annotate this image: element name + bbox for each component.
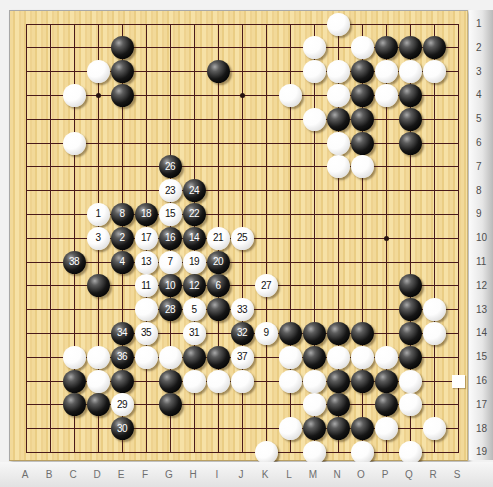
- row-label-5: 5: [476, 113, 482, 124]
- stone-white-F13[interactable]: [135, 298, 158, 321]
- column-label-C: C: [69, 469, 76, 480]
- move-number: 36: [117, 352, 127, 362]
- row-label-13: 13: [476, 303, 487, 314]
- stone-white-H13[interactable]: 5: [183, 298, 206, 321]
- stone-black-E16[interactable]: [111, 370, 134, 393]
- stone-white-N1[interactable]: [327, 13, 350, 36]
- column-labels-strip: ABCDEFGHIJKLMNOPQRS: [0, 462, 493, 487]
- stone-white-M2[interactable]: [303, 36, 326, 59]
- stone-black-Q14[interactable]: [399, 322, 422, 345]
- stone-white-F15[interactable]: [135, 346, 158, 369]
- move-number: 38: [69, 257, 79, 267]
- stone-black-E11[interactable]: 4: [111, 251, 134, 274]
- move-number: 34: [117, 328, 127, 338]
- stone-black-G12[interactable]: 10: [159, 274, 182, 297]
- move-number: 12: [189, 281, 199, 291]
- go-board[interactable]: 2623241818152232171614212538413719201110…: [9, 10, 468, 461]
- stone-black-M15[interactable]: [303, 346, 326, 369]
- stone-black-C11[interactable]: 38: [63, 251, 86, 274]
- stone-white-J10[interactable]: 25: [231, 227, 254, 250]
- stone-white-K12[interactable]: 27: [255, 274, 278, 297]
- stone-white-K19[interactable]: [255, 441, 278, 464]
- move-number: 2: [119, 233, 124, 243]
- column-label-B: B: [46, 469, 53, 480]
- stone-black-Q4[interactable]: [399, 84, 422, 107]
- star-point: [96, 93, 101, 98]
- stone-black-O6[interactable]: [351, 132, 374, 155]
- row-label-1: 1: [476, 18, 482, 29]
- stone-black-D17[interactable]: [87, 393, 110, 416]
- stone-black-F9[interactable]: 18: [135, 203, 158, 226]
- row-label-14: 14: [476, 327, 487, 338]
- row-label-12: 12: [476, 279, 487, 290]
- stone-black-C16[interactable]: [63, 370, 86, 393]
- stone-white-Q17[interactable]: [399, 393, 422, 416]
- stone-white-H11[interactable]: 19: [183, 251, 206, 274]
- stone-white-I10[interactable]: 21: [207, 227, 230, 250]
- stone-black-E14[interactable]: 34: [111, 322, 134, 345]
- star-point: [240, 93, 245, 98]
- stone-black-Q6[interactable]: [399, 132, 422, 155]
- move-number: 11: [141, 281, 150, 291]
- stone-black-E4[interactable]: [111, 84, 134, 107]
- stone-white-J13[interactable]: 33: [231, 298, 254, 321]
- move-number: 29: [117, 400, 127, 410]
- stone-white-C15[interactable]: [63, 346, 86, 369]
- stone-black-H12[interactable]: 12: [183, 274, 206, 297]
- column-label-D: D: [93, 469, 100, 480]
- stone-black-N16[interactable]: [327, 370, 350, 393]
- column-label-H: H: [189, 469, 196, 480]
- move-number: 37: [237, 352, 247, 362]
- stone-black-G13[interactable]: 28: [159, 298, 182, 321]
- move-number: 10: [165, 281, 175, 291]
- stone-white-N15[interactable]: [327, 346, 350, 369]
- column-label-J: J: [239, 469, 244, 480]
- column-label-G: G: [165, 469, 173, 480]
- row-label-2: 2: [476, 41, 482, 52]
- row-label-7: 7: [476, 160, 482, 171]
- stone-white-R14[interactable]: [423, 322, 446, 345]
- stone-black-O14[interactable]: [351, 322, 374, 345]
- stone-black-E15[interactable]: 36: [111, 346, 134, 369]
- stone-white-M3[interactable]: [303, 60, 326, 83]
- stone-white-D10[interactable]: 3: [87, 227, 110, 250]
- stone-black-G10[interactable]: 16: [159, 227, 182, 250]
- stone-black-D12[interactable]: [87, 274, 110, 297]
- stone-white-P3[interactable]: [375, 60, 398, 83]
- stone-black-Q15[interactable]: [399, 346, 422, 369]
- move-number: 19: [189, 257, 199, 267]
- stone-black-Q5[interactable]: [399, 108, 422, 131]
- stone-white-L16[interactable]: [279, 370, 302, 393]
- stone-white-I16[interactable]: [207, 370, 230, 393]
- move-number: 32: [237, 328, 247, 338]
- stone-black-E10[interactable]: 2: [111, 227, 134, 250]
- stone-black-G16[interactable]: [159, 370, 182, 393]
- stone-white-E17[interactable]: 29: [111, 393, 134, 416]
- stone-white-M19[interactable]: [303, 441, 326, 464]
- stone-white-M16[interactable]: [303, 370, 326, 393]
- column-label-I: I: [216, 469, 219, 480]
- grid-line: [266, 24, 267, 453]
- column-label-Q: Q: [405, 469, 413, 480]
- column-label-L: L: [286, 469, 292, 480]
- stone-black-R2[interactable]: [423, 36, 446, 59]
- stone-black-O16[interactable]: [351, 370, 374, 393]
- stone-white-D15[interactable]: [87, 346, 110, 369]
- move-number: 26: [165, 162, 175, 172]
- stone-black-O18[interactable]: [351, 417, 374, 440]
- column-label-E: E: [118, 469, 125, 480]
- row-label-16: 16: [476, 375, 487, 386]
- move-number: 25: [237, 233, 247, 243]
- grid-line: [434, 24, 435, 453]
- stone-black-Q2[interactable]: [399, 36, 422, 59]
- row-label-19: 19: [476, 446, 487, 457]
- row-label-10: 10: [476, 232, 487, 243]
- stone-white-N7[interactable]: [327, 155, 350, 178]
- row-label-4: 4: [476, 89, 482, 100]
- stone-black-H9[interactable]: 22: [183, 203, 206, 226]
- move-number: 28: [165, 305, 175, 315]
- move-number: 9: [263, 328, 268, 338]
- stone-black-E2[interactable]: [111, 36, 134, 59]
- stone-white-G9[interactable]: 15: [159, 203, 182, 226]
- stone-black-N17[interactable]: [327, 393, 350, 416]
- stone-white-N4[interactable]: [327, 84, 350, 107]
- column-label-S: S: [454, 469, 461, 480]
- stone-white-R18[interactable]: [423, 417, 446, 440]
- stone-white-G11[interactable]: 7: [159, 251, 182, 274]
- stone-black-O3[interactable]: [351, 60, 374, 83]
- stone-white-N6[interactable]: [327, 132, 350, 155]
- move-number: 4: [119, 257, 124, 267]
- stone-black-I11[interactable]: 20: [207, 251, 230, 274]
- go-diagram: 2623241818152232171614212538413719201110…: [0, 0, 493, 487]
- stone-black-C17[interactable]: [63, 393, 86, 416]
- stone-white-H16[interactable]: [183, 370, 206, 393]
- stone-black-O4[interactable]: [351, 84, 374, 107]
- stone-white-R13[interactable]: [423, 298, 446, 321]
- row-label-6: 6: [476, 137, 482, 148]
- row-label-11: 11: [476, 256, 486, 267]
- move-number: 1: [95, 209, 100, 219]
- stone-black-I12[interactable]: 6: [207, 274, 230, 297]
- stone-white-L4[interactable]: [279, 84, 302, 107]
- stone-white-L18[interactable]: [279, 417, 302, 440]
- stone-white-L15[interactable]: [279, 346, 302, 369]
- stone-black-I15[interactable]: [207, 346, 230, 369]
- row-label-17: 17: [476, 398, 487, 409]
- stone-white-J16[interactable]: [231, 370, 254, 393]
- row-label-15: 15: [476, 351, 487, 362]
- row-labels-strip: 12345678910111213141516171819: [469, 10, 493, 460]
- stone-black-I13[interactable]: [207, 298, 230, 321]
- stone-white-Q3[interactable]: [399, 60, 422, 83]
- stone-black-N14[interactable]: [327, 322, 350, 345]
- row-label-3: 3: [476, 65, 482, 76]
- stone-white-J15[interactable]: 37: [231, 346, 254, 369]
- move-number: 33: [237, 305, 247, 315]
- move-number: 20: [213, 257, 223, 267]
- stone-black-Q13[interactable]: [399, 298, 422, 321]
- stone-black-P16[interactable]: [375, 370, 398, 393]
- move-number: 18: [141, 209, 151, 219]
- stone-black-H8[interactable]: 24: [183, 179, 206, 202]
- column-label-K: K: [262, 469, 269, 480]
- stone-black-J14[interactable]: 32: [231, 322, 254, 345]
- stone-white-G15[interactable]: [159, 346, 182, 369]
- white-square-marker: [452, 375, 465, 388]
- stone-black-L14[interactable]: [279, 322, 302, 345]
- grid-line: [458, 24, 459, 453]
- stone-black-Q12[interactable]: [399, 274, 422, 297]
- stone-white-P18[interactable]: [375, 417, 398, 440]
- column-label-R: R: [429, 469, 436, 480]
- move-number: 3: [95, 233, 100, 243]
- stone-white-H14[interactable]: 31: [183, 322, 206, 345]
- row-label-8: 8: [476, 184, 482, 195]
- column-label-P: P: [382, 469, 389, 480]
- stone-black-M18[interactable]: [303, 417, 326, 440]
- stone-black-E9[interactable]: 8: [111, 203, 134, 226]
- move-number: 23: [165, 186, 175, 196]
- stone-white-C4[interactable]: [63, 84, 86, 107]
- star-point: [384, 236, 389, 241]
- stone-white-P15[interactable]: [375, 346, 398, 369]
- stone-white-R3[interactable]: [423, 60, 446, 83]
- row-label-9: 9: [476, 208, 482, 219]
- column-label-A: A: [22, 469, 29, 480]
- stone-white-M17[interactable]: [303, 393, 326, 416]
- stone-black-O5[interactable]: [351, 108, 374, 131]
- stone-white-G8[interactable]: 23: [159, 179, 182, 202]
- stone-white-D9[interactable]: 1: [87, 203, 110, 226]
- move-number: 22: [189, 209, 199, 219]
- move-number: 16: [165, 233, 175, 243]
- move-number: 27: [261, 281, 271, 291]
- move-number: 21: [213, 233, 223, 243]
- move-number: 8: [119, 209, 124, 219]
- stone-white-O19[interactable]: [351, 441, 374, 464]
- stone-black-P17[interactable]: [375, 393, 398, 416]
- stone-white-D16[interactable]: [87, 370, 110, 393]
- column-label-N: N: [333, 469, 340, 480]
- grid-line: [26, 452, 459, 453]
- stone-white-C6[interactable]: [63, 132, 86, 155]
- stone-white-F11[interactable]: 13: [135, 251, 158, 274]
- stone-black-N5[interactable]: [327, 108, 350, 131]
- move-number: 6: [215, 281, 220, 291]
- stone-white-Q19[interactable]: [399, 441, 422, 464]
- grid-line: [26, 262, 459, 263]
- move-number: 5: [191, 305, 196, 315]
- stone-white-P4[interactable]: [375, 84, 398, 107]
- row-label-18: 18: [476, 422, 487, 433]
- stone-black-E18[interactable]: 30: [111, 417, 134, 440]
- column-label-F: F: [142, 469, 148, 480]
- stone-black-H10[interactable]: 14: [183, 227, 206, 250]
- stone-white-K14[interactable]: 9: [255, 322, 278, 345]
- stone-black-I3[interactable]: [207, 60, 230, 83]
- stone-white-F14[interactable]: 35: [135, 322, 158, 345]
- move-number: 30: [117, 424, 127, 434]
- stone-white-O15[interactable]: [351, 346, 374, 369]
- stone-white-D3[interactable]: [87, 60, 110, 83]
- stone-white-M5[interactable]: [303, 108, 326, 131]
- stone-black-N18[interactable]: [327, 417, 350, 440]
- move-number: 14: [189, 233, 199, 243]
- stone-white-N3[interactable]: [327, 60, 350, 83]
- column-label-O: O: [357, 469, 365, 480]
- stone-black-H15[interactable]: [183, 346, 206, 369]
- move-number: 31: [189, 328, 199, 338]
- move-number: 35: [141, 328, 151, 338]
- stone-white-O7[interactable]: [351, 155, 374, 178]
- move-number: 7: [167, 257, 172, 267]
- move-number: 24: [189, 186, 199, 196]
- stone-black-M14[interactable]: [303, 322, 326, 345]
- column-label-M: M: [309, 469, 317, 480]
- stone-black-P2[interactable]: [375, 36, 398, 59]
- move-number: 13: [141, 257, 151, 267]
- stone-white-O2[interactable]: [351, 36, 374, 59]
- stone-black-E3[interactable]: [111, 60, 134, 83]
- stone-white-Q16[interactable]: [399, 370, 422, 393]
- stone-white-F12[interactable]: 11: [135, 274, 158, 297]
- stone-white-F10[interactable]: 17: [135, 227, 158, 250]
- move-number: 15: [165, 209, 175, 219]
- stone-black-G17[interactable]: [159, 393, 182, 416]
- stone-black-G7[interactable]: 26: [159, 155, 182, 178]
- move-number: 17: [141, 233, 151, 243]
